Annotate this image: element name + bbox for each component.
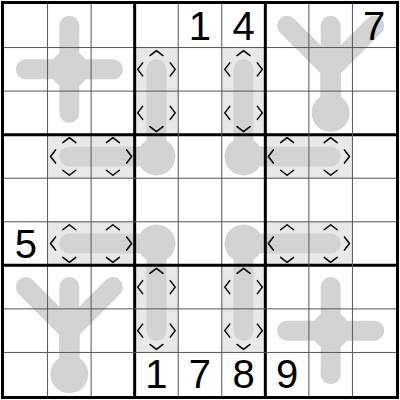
cell-r9c3[interactable] — [91, 352, 135, 396]
cell-r3c9[interactable] — [352, 91, 396, 135]
cell-r4c1[interactable] — [4, 135, 48, 179]
cell-r8c8[interactable] — [309, 309, 353, 353]
cell-r4c5[interactable] — [178, 135, 222, 179]
cell-r7c1[interactable] — [4, 265, 48, 309]
cell-grid: 14751789 — [4, 4, 396, 396]
cell-r5c3[interactable] — [91, 178, 135, 222]
cell-r2c9[interactable] — [352, 48, 396, 92]
given-digit-r9c5[interactable]: 7 — [178, 352, 222, 396]
cell-r1c2[interactable] — [48, 4, 92, 48]
cell-r3c5[interactable] — [178, 91, 222, 135]
given-digit-r9c4[interactable]: 1 — [135, 352, 179, 396]
given-digit-r1c6[interactable]: 4 — [222, 4, 266, 48]
cell-r5c8[interactable] — [309, 178, 353, 222]
cell-r8c2[interactable] — [48, 309, 92, 353]
given-digit-r1c5[interactable]: 1 — [178, 4, 222, 48]
cell-r9c9[interactable] — [352, 352, 396, 396]
sudoku-board: 14751789 — [1, 1, 399, 399]
cell-r2c4[interactable] — [135, 48, 179, 92]
cell-r9c2[interactable] — [48, 352, 92, 396]
cell-r4c8[interactable] — [309, 135, 353, 179]
cell-r3c1[interactable] — [4, 91, 48, 135]
cell-r2c2[interactable] — [48, 48, 92, 92]
cell-r1c7[interactable] — [265, 4, 309, 48]
cell-r2c8[interactable] — [309, 48, 353, 92]
cell-r7c8[interactable] — [309, 265, 353, 309]
cell-r2c7[interactable] — [265, 48, 309, 92]
cell-r8c1[interactable] — [4, 309, 48, 353]
cell-r3c7[interactable] — [265, 91, 309, 135]
cell-r6c5[interactable] — [178, 222, 222, 266]
cell-r4c4[interactable] — [135, 135, 179, 179]
cell-r3c4[interactable] — [135, 91, 179, 135]
cell-r4c3[interactable] — [91, 135, 135, 179]
given-digit-r9c7[interactable]: 9 — [265, 352, 309, 396]
cell-r2c1[interactable] — [4, 48, 48, 92]
cell-r9c1[interactable] — [4, 352, 48, 396]
cell-r9c8[interactable] — [309, 352, 353, 396]
given-digit-r1c9[interactable]: 7 — [352, 4, 396, 48]
cell-r4c9[interactable] — [352, 135, 396, 179]
cell-r6c2[interactable] — [48, 222, 92, 266]
cell-r4c6[interactable] — [222, 135, 266, 179]
cell-r7c5[interactable] — [178, 265, 222, 309]
cell-r7c2[interactable] — [48, 265, 92, 309]
cell-r8c4[interactable] — [135, 309, 179, 353]
cell-r4c2[interactable] — [48, 135, 92, 179]
cell-r5c9[interactable] — [352, 178, 396, 222]
cell-r5c2[interactable] — [48, 178, 92, 222]
cell-r5c6[interactable] — [222, 178, 266, 222]
cell-r1c3[interactable] — [91, 4, 135, 48]
cell-r8c5[interactable] — [178, 309, 222, 353]
cell-r1c8[interactable] — [309, 4, 353, 48]
cell-r8c9[interactable] — [352, 309, 396, 353]
cell-r2c6[interactable] — [222, 48, 266, 92]
cell-r5c4[interactable] — [135, 178, 179, 222]
cell-r2c5[interactable] — [178, 48, 222, 92]
cell-r8c7[interactable] — [265, 309, 309, 353]
cell-r6c8[interactable] — [309, 222, 353, 266]
cell-r5c1[interactable] — [4, 178, 48, 222]
given-digit-r6c1[interactable]: 5 — [4, 222, 48, 266]
cell-r1c4[interactable] — [135, 4, 179, 48]
cell-r2c3[interactable] — [91, 48, 135, 92]
cell-r3c2[interactable] — [48, 91, 92, 135]
cell-r5c5[interactable] — [178, 178, 222, 222]
cell-r6c7[interactable] — [265, 222, 309, 266]
given-digit-r9c6[interactable]: 8 — [222, 352, 266, 396]
cell-r8c3[interactable] — [91, 309, 135, 353]
cell-r1c1[interactable] — [4, 4, 48, 48]
cell-r6c6[interactable] — [222, 222, 266, 266]
cell-r3c3[interactable] — [91, 91, 135, 135]
cell-r7c3[interactable] — [91, 265, 135, 309]
cell-r5c7[interactable] — [265, 178, 309, 222]
cell-r6c3[interactable] — [91, 222, 135, 266]
sudoku-app: 14751789 — [0, 0, 400, 400]
cell-r6c9[interactable] — [352, 222, 396, 266]
cell-r3c6[interactable] — [222, 91, 266, 135]
cell-r7c9[interactable] — [352, 265, 396, 309]
cell-r7c4[interactable] — [135, 265, 179, 309]
cell-r7c6[interactable] — [222, 265, 266, 309]
cell-r6c4[interactable] — [135, 222, 179, 266]
cell-r7c7[interactable] — [265, 265, 309, 309]
cell-r3c8[interactable] — [309, 91, 353, 135]
cell-r8c6[interactable] — [222, 309, 266, 353]
cell-r4c7[interactable] — [265, 135, 309, 179]
